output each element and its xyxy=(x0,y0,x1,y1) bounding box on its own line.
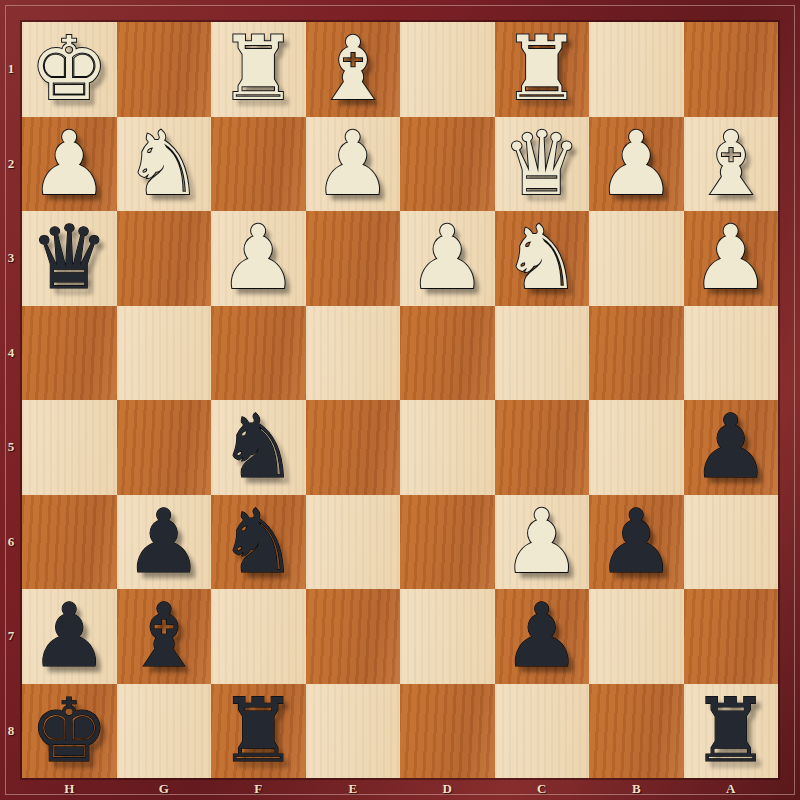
piece-wN-g2: ♞ xyxy=(124,117,203,211)
square-d6[interactable] xyxy=(400,495,495,590)
square-d2[interactable] xyxy=(400,117,495,212)
square-h3[interactable]: ♛ xyxy=(22,211,117,306)
square-h2[interactable]: ♟ xyxy=(22,117,117,212)
square-d7[interactable] xyxy=(400,589,495,684)
square-a5[interactable]: ♟ xyxy=(684,400,779,495)
square-h7[interactable]: ♟ xyxy=(22,589,117,684)
file-label-c: C xyxy=(495,778,590,800)
file-label-b: B xyxy=(589,778,684,800)
square-f5[interactable]: ♞ xyxy=(211,400,306,495)
piece-wP-b2: ♟ xyxy=(597,117,676,211)
chess-board: ♚♜♝♜♟♞♟♛♟♝♛♟♟♞♟♞♟♟♞♟♟♟♝♟♚♜♜ xyxy=(22,22,778,778)
piece-wP-a3: ♟ xyxy=(691,211,770,305)
square-b8[interactable] xyxy=(589,684,684,779)
file-labels: HGFEDCBA xyxy=(22,778,778,800)
piece-bR-f8: ♜ xyxy=(219,684,298,778)
square-g6[interactable]: ♟ xyxy=(117,495,212,590)
square-h6[interactable] xyxy=(22,495,117,590)
square-f8[interactable]: ♜ xyxy=(211,684,306,779)
square-d4[interactable] xyxy=(400,306,495,401)
square-h1[interactable]: ♚ xyxy=(22,22,117,117)
square-e1[interactable]: ♝ xyxy=(306,22,401,117)
piece-bP-b6: ♟ xyxy=(597,495,676,589)
square-e8[interactable] xyxy=(306,684,401,779)
rank-label-7: 7 xyxy=(0,589,22,684)
square-f6[interactable]: ♞ xyxy=(211,495,306,590)
piece-wP-e2: ♟ xyxy=(313,117,392,211)
square-f3[interactable]: ♟ xyxy=(211,211,306,306)
square-g7[interactable]: ♝ xyxy=(117,589,212,684)
piece-wQ-c2: ♛ xyxy=(502,117,581,211)
square-c4[interactable] xyxy=(495,306,590,401)
square-e3[interactable] xyxy=(306,211,401,306)
file-label-d: D xyxy=(400,778,495,800)
square-b4[interactable] xyxy=(589,306,684,401)
square-c5[interactable] xyxy=(495,400,590,495)
rank-label-1: 1 xyxy=(0,22,22,117)
file-label-g: G xyxy=(117,778,212,800)
piece-bB-g7: ♝ xyxy=(124,589,203,683)
piece-wP-c6: ♟ xyxy=(502,495,581,589)
square-a6[interactable] xyxy=(684,495,779,590)
piece-bP-c7: ♟ xyxy=(502,589,581,683)
square-a1[interactable] xyxy=(684,22,779,117)
square-a8[interactable]: ♜ xyxy=(684,684,779,779)
square-c7[interactable]: ♟ xyxy=(495,589,590,684)
piece-wR-f1: ♜ xyxy=(219,22,298,116)
piece-bN-f6: ♞ xyxy=(219,495,298,589)
square-g1[interactable] xyxy=(117,22,212,117)
square-c2[interactable]: ♛ xyxy=(495,117,590,212)
square-f7[interactable] xyxy=(211,589,306,684)
piece-wP-h2: ♟ xyxy=(30,117,109,211)
square-h4[interactable] xyxy=(22,306,117,401)
piece-bK-h8: ♚ xyxy=(30,684,109,778)
piece-wP-d3: ♟ xyxy=(408,211,487,305)
piece-wP-f3: ♟ xyxy=(219,211,298,305)
square-b7[interactable] xyxy=(589,589,684,684)
square-e4[interactable] xyxy=(306,306,401,401)
square-a7[interactable] xyxy=(684,589,779,684)
board-frame: 12345678 HGFEDCBA ♚♜♝♜♟♞♟♛♟♝♛♟♟♞♟♞♟♟♞♟♟♟… xyxy=(0,0,800,800)
square-a4[interactable] xyxy=(684,306,779,401)
piece-bP-g6: ♟ xyxy=(124,495,203,589)
rank-label-5: 5 xyxy=(0,400,22,495)
square-e2[interactable]: ♟ xyxy=(306,117,401,212)
piece-wB-e1: ♝ xyxy=(313,22,392,116)
piece-bR-a8: ♜ xyxy=(691,684,770,778)
square-c8[interactable] xyxy=(495,684,590,779)
rank-labels: 12345678 xyxy=(0,22,22,778)
piece-wB-a2: ♝ xyxy=(691,117,770,211)
square-d3[interactable]: ♟ xyxy=(400,211,495,306)
square-c6[interactable]: ♟ xyxy=(495,495,590,590)
square-h8[interactable]: ♚ xyxy=(22,684,117,779)
square-a2[interactable]: ♝ xyxy=(684,117,779,212)
rank-label-8: 8 xyxy=(0,684,22,779)
rank-label-6: 6 xyxy=(0,495,22,590)
square-b2[interactable]: ♟ xyxy=(589,117,684,212)
chessboard-widget: 12345678 HGFEDCBA ♚♜♝♜♟♞♟♛♟♝♛♟♟♞♟♞♟♟♞♟♟♟… xyxy=(0,0,800,800)
square-g2[interactable]: ♞ xyxy=(117,117,212,212)
rank-label-2: 2 xyxy=(0,117,22,212)
piece-wR-c1: ♜ xyxy=(502,22,581,116)
square-f4[interactable] xyxy=(211,306,306,401)
piece-bP-h7: ♟ xyxy=(30,589,109,683)
square-h5[interactable] xyxy=(22,400,117,495)
square-e6[interactable] xyxy=(306,495,401,590)
square-b6[interactable]: ♟ xyxy=(589,495,684,590)
square-d5[interactable] xyxy=(400,400,495,495)
square-f1[interactable]: ♜ xyxy=(211,22,306,117)
square-e7[interactable] xyxy=(306,589,401,684)
square-b5[interactable] xyxy=(589,400,684,495)
square-g5[interactable] xyxy=(117,400,212,495)
rank-label-4: 4 xyxy=(0,306,22,401)
piece-bQ-h3: ♛ xyxy=(30,211,109,305)
square-g3[interactable] xyxy=(117,211,212,306)
square-b1[interactable] xyxy=(589,22,684,117)
square-d1[interactable] xyxy=(400,22,495,117)
square-a3[interactable]: ♟ xyxy=(684,211,779,306)
piece-bP-a5: ♟ xyxy=(691,400,770,494)
square-c3[interactable]: ♞ xyxy=(495,211,590,306)
file-label-e: E xyxy=(306,778,401,800)
square-g8[interactable] xyxy=(117,684,212,779)
piece-wN-c3: ♞ xyxy=(502,211,581,305)
square-g4[interactable] xyxy=(117,306,212,401)
rank-label-3: 3 xyxy=(0,211,22,306)
square-d8[interactable] xyxy=(400,684,495,779)
square-c1[interactable]: ♜ xyxy=(495,22,590,117)
square-e5[interactable] xyxy=(306,400,401,495)
square-f2[interactable] xyxy=(211,117,306,212)
piece-wK-h1: ♚ xyxy=(30,22,109,116)
square-b3[interactable] xyxy=(589,211,684,306)
piece-bN-f5: ♞ xyxy=(219,400,298,494)
